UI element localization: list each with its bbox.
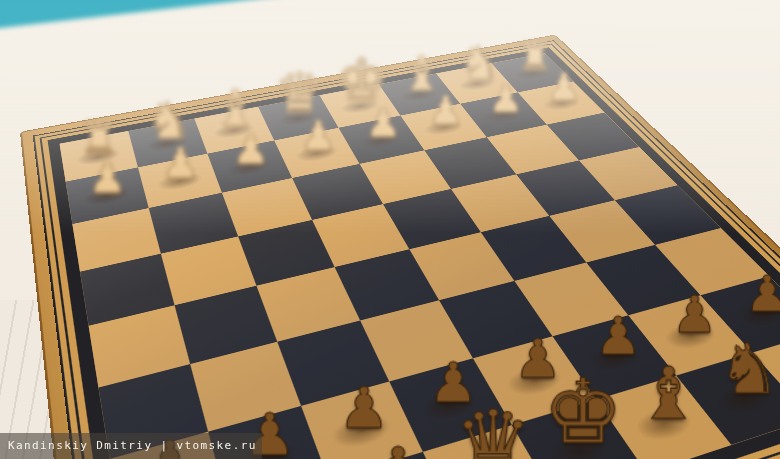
white-pawn: ♟ xyxy=(284,115,353,155)
chess-photo: ♜♞♝♛♚♝♞♜♟♟♟♟♟♟♟♟♟♟♟♟♟♟♟♟♜♞♝♛♚♝♞♜ Kandins… xyxy=(0,0,780,459)
watermark-text: Kandinskiy Dmitriy | vtomske.ru xyxy=(8,439,257,452)
white-pawn: ♟ xyxy=(473,79,538,117)
white-pawn: ♟ xyxy=(71,156,144,199)
white-pawn: ♟ xyxy=(145,142,217,184)
black-king: ♚ xyxy=(534,367,633,457)
white-pawn: ♟ xyxy=(349,103,417,143)
black-bishop: ♝ xyxy=(620,357,716,429)
scene: ♜♞♝♛♚♝♞♜♟♟♟♟♟♟♟♟♟♟♟♟♟♟♟♟♜♞♝♛♚♝♞♜ xyxy=(0,0,780,459)
white-pawn: ♟ xyxy=(413,91,479,130)
watermark-bar: Kandinskiy Dmitriy | vtomske.ru xyxy=(0,433,262,459)
chess-board: ♜♞♝♛♚♝♞♜♟♟♟♟♟♟♟♟♟♟♟♟♟♟♟♟♜♞♝♛♚♝♞♜ xyxy=(20,34,780,459)
board-pieces: ♜♞♝♛♚♝♞♜♟♟♟♟♟♟♟♟♟♟♟♟♟♟♟♟♜♞♝♛♚♝♞♜ xyxy=(60,53,780,459)
black-queen: ♛ xyxy=(442,398,544,459)
white-pawn: ♟ xyxy=(216,128,286,169)
black-pawn: ♟ xyxy=(316,379,413,436)
board-field: ♜♞♝♛♚♝♞♜♟♟♟♟♟♟♟♟♟♟♟♟♟♟♟♟♜♞♝♛♚♝♞♜ xyxy=(48,47,780,459)
black-bishop: ♝ xyxy=(345,437,450,459)
white-pawn: ♟ xyxy=(532,68,596,106)
